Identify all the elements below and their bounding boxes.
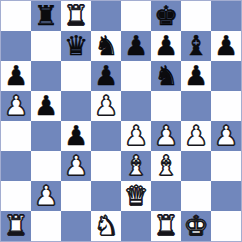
square-f8[interactable]: ♚ (151, 1, 181, 31)
black-queen: ♛ (64, 32, 88, 59)
square-g2[interactable] (181, 181, 211, 211)
square-h3[interactable] (211, 151, 241, 181)
square-b5[interactable]: ♟ (31, 91, 61, 121)
square-d2[interactable] (91, 181, 121, 211)
square-h1[interactable] (211, 211, 241, 241)
square-e6[interactable] (121, 61, 151, 91)
white-rook: ♜ (154, 212, 178, 239)
white-pawn: ♟ (34, 182, 58, 209)
board-container: ♜♜♚♛♞♟♟♝♟♟♟♞♟♟♟♟♟♟♟♟♟♟♝♝♟♛♜♞♜♚ (0, 0, 242, 242)
white-queen: ♛ (124, 182, 148, 209)
square-c4[interactable]: ♟ (61, 121, 91, 151)
black-pawn: ♟ (34, 92, 58, 119)
black-pawn: ♟ (154, 32, 178, 59)
square-f4[interactable]: ♟ (151, 121, 181, 151)
white-pawn: ♟ (184, 122, 208, 149)
square-a6[interactable]: ♟ (1, 61, 31, 91)
white-knight: ♞ (94, 212, 118, 239)
square-e7[interactable]: ♟ (121, 31, 151, 61)
square-e3[interactable]: ♝ (121, 151, 151, 181)
white-rook: ♜ (64, 2, 88, 29)
square-b7[interactable] (31, 31, 61, 61)
black-pawn: ♟ (4, 62, 28, 89)
square-c5[interactable] (61, 91, 91, 121)
square-e1[interactable] (121, 211, 151, 241)
black-pawn: ♟ (124, 32, 148, 59)
black-knight: ♞ (154, 62, 178, 89)
black-rook: ♜ (34, 2, 58, 29)
square-d1[interactable]: ♞ (91, 211, 121, 241)
chess-board: ♜♜♚♛♞♟♟♝♟♟♟♞♟♟♟♟♟♟♟♟♟♟♝♝♟♛♜♞♜♚ (0, 0, 242, 242)
black-pawn: ♟ (184, 62, 208, 89)
white-pawn: ♟ (94, 92, 118, 119)
square-g8[interactable] (181, 1, 211, 31)
square-b8[interactable]: ♜ (31, 1, 61, 31)
black-pawn: ♟ (64, 122, 88, 149)
square-d8[interactable] (91, 1, 121, 31)
white-pawn: ♟ (64, 152, 88, 179)
square-a1[interactable]: ♜ (1, 211, 31, 241)
square-f5[interactable] (151, 91, 181, 121)
square-e4[interactable]: ♟ (121, 121, 151, 151)
square-b4[interactable] (31, 121, 61, 151)
black-pawn: ♟ (214, 32, 238, 59)
white-rook: ♜ (4, 212, 28, 239)
square-a8[interactable] (1, 1, 31, 31)
square-g3[interactable] (181, 151, 211, 181)
black-pawn: ♟ (94, 62, 118, 89)
square-g4[interactable]: ♟ (181, 121, 211, 151)
square-a4[interactable] (1, 121, 31, 151)
square-e5[interactable] (121, 91, 151, 121)
square-h6[interactable] (211, 61, 241, 91)
white-bishop: ♝ (124, 152, 148, 179)
black-king: ♚ (154, 2, 178, 29)
square-c2[interactable] (61, 181, 91, 211)
square-d5[interactable]: ♟ (91, 91, 121, 121)
square-h8[interactable] (211, 1, 241, 31)
white-king: ♚ (184, 212, 208, 239)
square-h4[interactable]: ♟ (211, 121, 241, 151)
square-c3[interactable]: ♟ (61, 151, 91, 181)
square-g7[interactable]: ♝ (181, 31, 211, 61)
black-bishop: ♝ (184, 32, 208, 59)
square-a5[interactable]: ♟ (1, 91, 31, 121)
square-g5[interactable] (181, 91, 211, 121)
square-b2[interactable]: ♟ (31, 181, 61, 211)
square-f6[interactable]: ♞ (151, 61, 181, 91)
square-d3[interactable] (91, 151, 121, 181)
square-c6[interactable] (61, 61, 91, 91)
square-a7[interactable] (1, 31, 31, 61)
square-f2[interactable] (151, 181, 181, 211)
white-pawn: ♟ (4, 92, 28, 119)
white-pawn: ♟ (214, 122, 238, 149)
square-g6[interactable]: ♟ (181, 61, 211, 91)
square-h5[interactable] (211, 91, 241, 121)
square-c7[interactable]: ♛ (61, 31, 91, 61)
white-bishop: ♝ (154, 152, 178, 179)
square-h2[interactable] (211, 181, 241, 211)
square-b1[interactable] (31, 211, 61, 241)
square-f1[interactable]: ♜ (151, 211, 181, 241)
square-d6[interactable]: ♟ (91, 61, 121, 91)
square-a3[interactable] (1, 151, 31, 181)
square-c8[interactable]: ♜ (61, 1, 91, 31)
square-e2[interactable]: ♛ (121, 181, 151, 211)
white-pawn: ♟ (154, 122, 178, 149)
square-f3[interactable]: ♝ (151, 151, 181, 181)
square-e8[interactable] (121, 1, 151, 31)
square-g1[interactable]: ♚ (181, 211, 211, 241)
square-a2[interactable] (1, 181, 31, 211)
square-f7[interactable]: ♟ (151, 31, 181, 61)
square-b3[interactable] (31, 151, 61, 181)
square-b6[interactable] (31, 61, 61, 91)
square-c1[interactable] (61, 211, 91, 241)
square-d4[interactable] (91, 121, 121, 151)
white-pawn: ♟ (124, 122, 148, 149)
square-d7[interactable]: ♞ (91, 31, 121, 61)
black-knight: ♞ (94, 32, 118, 59)
square-h7[interactable]: ♟ (211, 31, 241, 61)
